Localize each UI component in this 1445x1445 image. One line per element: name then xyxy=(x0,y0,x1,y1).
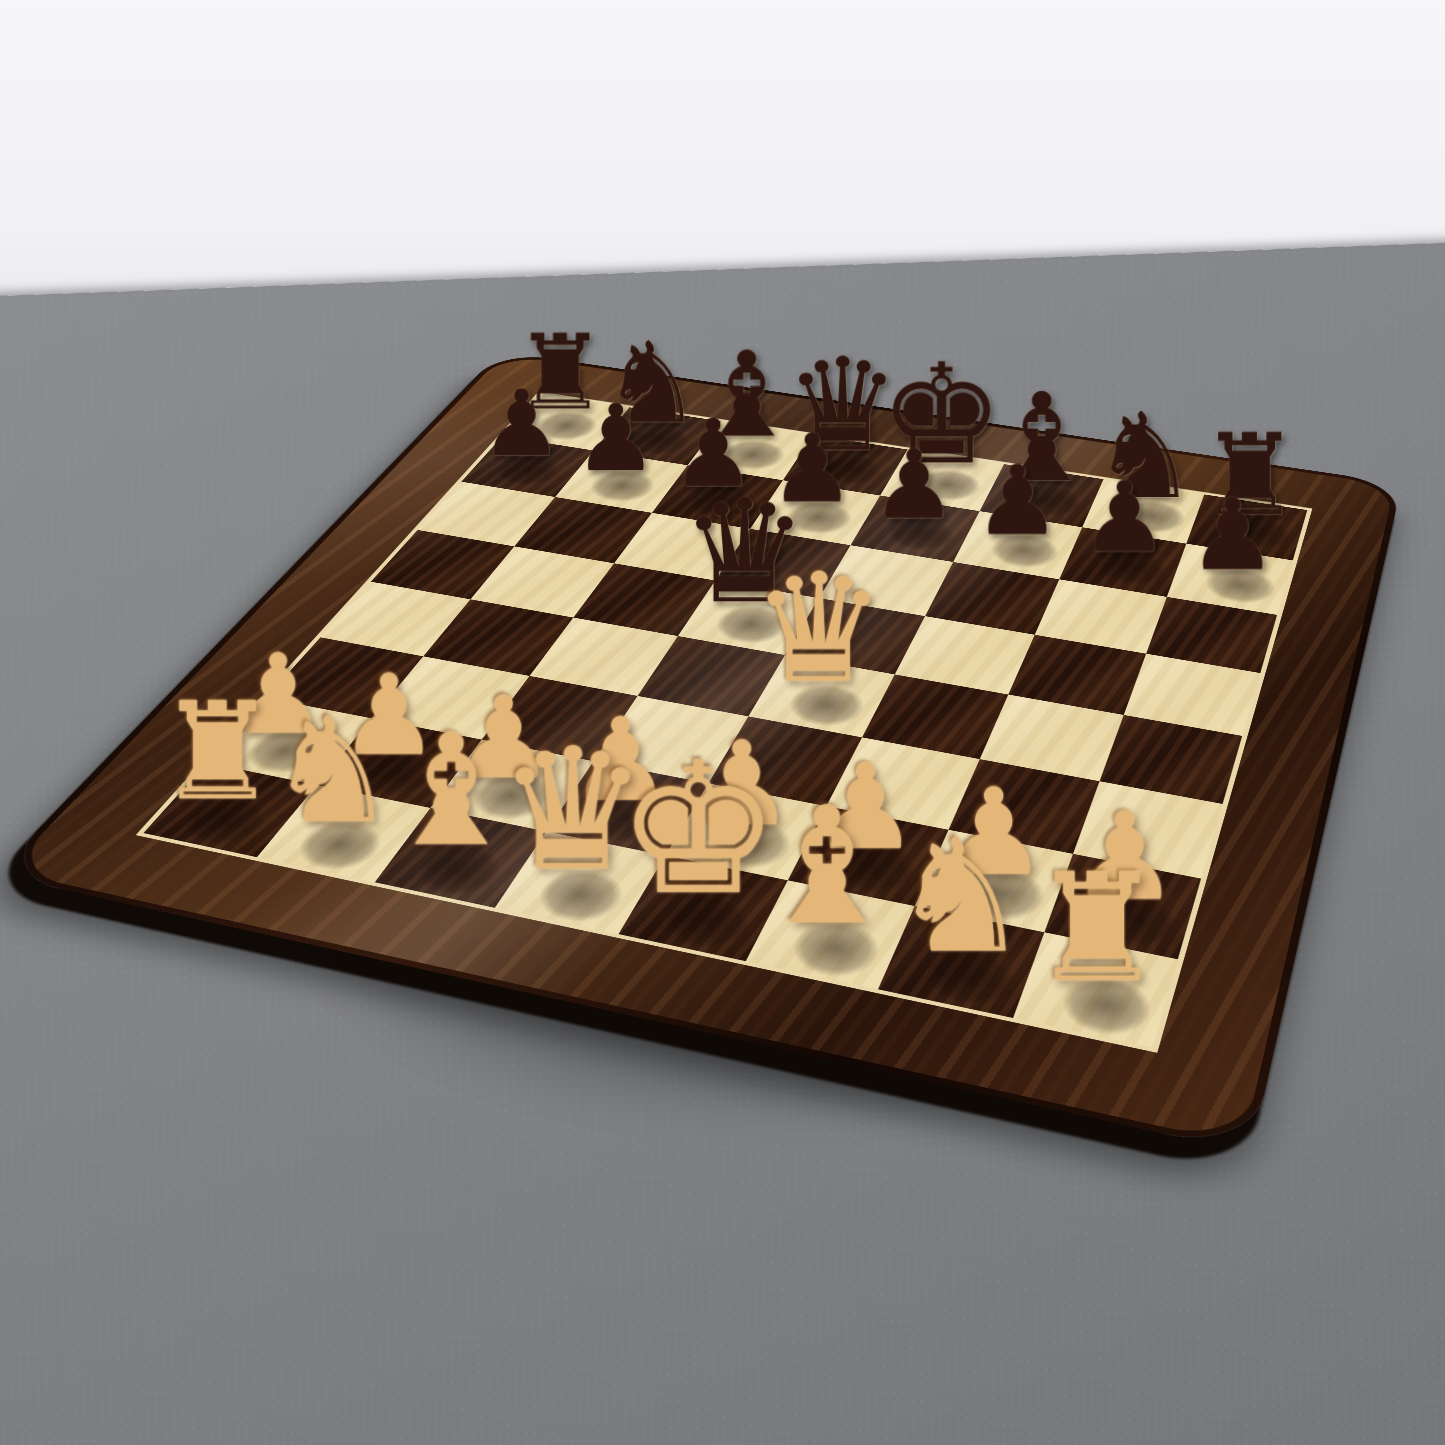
white-queen-glyph: ♛ xyxy=(685,553,953,704)
photo-scene: ♜♞♝♛♚♝♞♜♟♟♟♟♟♟♟♟♛♛♟♟♟♟♟♟♟♟♜♞♝♛♚♝♞♜ xyxy=(0,0,1445,1445)
white-rook-glyph: ♜ xyxy=(938,854,1256,1003)
